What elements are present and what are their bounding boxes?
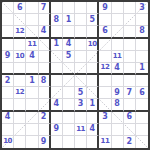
cell-r6c12[interactable]: 1 (136, 63, 148, 75)
cell-r10c3[interactable] (26, 112, 38, 124)
cell-r12c9[interactable]: 11 (99, 136, 111, 148)
cell-r7c11[interactable] (124, 75, 136, 87)
cell-r9c1[interactable] (2, 99, 14, 111)
cell-r2c9[interactable] (99, 14, 111, 26)
cell-r12c7[interactable] (75, 136, 87, 148)
cell-r11c7[interactable]: 11 (75, 124, 87, 136)
cell-r11c2[interactable] (14, 124, 26, 136)
cell-r1c3[interactable] (26, 2, 38, 14)
cell-r6c1[interactable] (2, 63, 14, 75)
cell-r12c11[interactable]: 2 (124, 136, 136, 148)
cell-r11c4[interactable] (39, 124, 51, 136)
cell-r10c11[interactable]: 6 (124, 112, 136, 124)
cell-r8c9[interactable] (99, 87, 111, 99)
cell-r10c2[interactable] (14, 112, 26, 124)
cell-r2c7[interactable] (75, 14, 87, 26)
cell-r7c1[interactable]: 2 (2, 75, 14, 87)
cell-r5c9[interactable] (99, 51, 111, 63)
cell-r2c4[interactable] (39, 14, 51, 26)
cell-r2c5[interactable]: 8 (51, 14, 63, 26)
cell-r1c11[interactable] (124, 2, 136, 14)
cell-r1c12[interactable]: 3 (136, 2, 148, 14)
cell-r6c8[interactable] (87, 63, 99, 75)
cell-r1c5[interactable] (51, 2, 63, 14)
cell-r8c11[interactable]: 7 (124, 87, 136, 99)
cell-r7c10[interactable] (112, 75, 124, 87)
cell-r8c5[interactable] (51, 87, 63, 99)
cell-r1c10[interactable] (112, 2, 124, 14)
cell-r1c9[interactable]: 9 (99, 2, 111, 14)
cell-r9c11[interactable] (124, 99, 136, 111)
cell-r8c10[interactable]: 9 (112, 87, 124, 99)
cell-r12c10[interactable] (112, 136, 124, 148)
cell-r7c8[interactable] (87, 75, 99, 87)
cell-r4c5[interactable]: 1 (51, 39, 63, 51)
cell-r6c9[interactable]: 12 (99, 63, 111, 75)
cell-r9c9[interactable] (99, 99, 111, 111)
cell-r11c10[interactable] (112, 124, 124, 136)
cell-r6c5[interactable] (51, 63, 63, 75)
cell-r11c9[interactable] (99, 124, 111, 136)
cell-r12c12[interactable] (136, 136, 148, 148)
cell-r3c1[interactable] (2, 26, 14, 38)
cell-r5c3[interactable]: 4 (26, 51, 38, 63)
cell-r3c10[interactable] (112, 26, 124, 38)
cell-r1c4[interactable]: 7 (39, 2, 51, 14)
cell-r12c8[interactable] (87, 136, 99, 148)
cell-r8c2[interactable]: 12 (14, 87, 26, 99)
cell-r8c12[interactable]: 6 (136, 87, 148, 99)
cell-r7c2[interactable] (14, 75, 26, 87)
cell-r3c11[interactable] (124, 26, 136, 38)
cell-r9c6[interactable] (63, 99, 75, 111)
cell-r3c6[interactable] (63, 26, 75, 38)
cell-r5c1[interactable]: 9 (2, 51, 14, 63)
cell-r5c7[interactable] (75, 51, 87, 63)
cell-r10c9[interactable]: 3 (99, 112, 111, 124)
cell-r5c4[interactable] (39, 51, 51, 63)
cell-r10c1[interactable]: 4 (2, 112, 14, 124)
cell-r5c12[interactable] (136, 51, 148, 63)
cell-r8c1[interactable] (2, 87, 14, 99)
sudoku-board: 6793815124681114109104511124121812597643… (0, 0, 150, 150)
cell-r12c2[interactable] (14, 136, 26, 148)
cell-r2c10[interactable] (112, 14, 124, 26)
cell-r4c7[interactable] (75, 39, 87, 51)
cell-r5c10[interactable]: 11 (112, 51, 124, 63)
cell-r5c2[interactable]: 10 (14, 51, 26, 63)
cell-r3c4[interactable]: 4 (39, 26, 51, 38)
cell-r6c11[interactable] (124, 63, 136, 75)
cell-r4c2[interactable] (14, 39, 26, 51)
cell-r11c3[interactable] (26, 124, 38, 136)
cell-r9c5[interactable]: 4 (51, 99, 63, 111)
cell-r3c8[interactable] (87, 26, 99, 38)
cell-r10c7[interactable] (75, 112, 87, 124)
cell-r3c9[interactable]: 6 (99, 26, 111, 38)
cell-r1c2[interactable]: 6 (14, 2, 26, 14)
cell-r9c2[interactable] (14, 99, 26, 111)
cell-r4c10[interactable] (112, 39, 124, 51)
cell-r9c3[interactable] (26, 99, 38, 111)
cell-r11c1[interactable] (2, 124, 14, 136)
cell-r7c3[interactable]: 1 (26, 75, 38, 87)
cell-r10c10[interactable] (112, 112, 124, 124)
cell-r12c4[interactable]: 9 (39, 136, 51, 148)
cell-r8c3[interactable] (26, 87, 38, 99)
cell-r7c5[interactable] (51, 75, 63, 87)
cell-r5c8[interactable] (87, 51, 99, 63)
cell-r6c7[interactable] (75, 63, 87, 75)
cell-r4c9[interactable] (99, 39, 111, 51)
cell-r2c12[interactable] (136, 14, 148, 26)
cell-r12c5[interactable] (51, 136, 63, 148)
cell-r2c1[interactable] (2, 14, 14, 26)
cell-r12c1[interactable]: 10 (2, 136, 14, 148)
cell-r11c5[interactable]: 9 (51, 124, 63, 136)
cell-r8c6[interactable] (63, 87, 75, 99)
cell-r4c3[interactable]: 11 (26, 39, 38, 51)
cell-r11c11[interactable] (124, 124, 136, 136)
cell-r8c8[interactable] (87, 87, 99, 99)
cell-r8c4[interactable] (39, 87, 51, 99)
cell-r4c11[interactable] (124, 39, 136, 51)
cell-r11c8[interactable]: 4 (87, 124, 99, 136)
cell-r7c12[interactable] (136, 75, 148, 87)
cell-r1c8[interactable] (87, 2, 99, 14)
cell-r3c2[interactable]: 12 (14, 26, 26, 38)
cell-r6c6[interactable] (63, 63, 75, 75)
cell-r3c12[interactable]: 8 (136, 26, 148, 38)
cell-r4c12[interactable] (136, 39, 148, 51)
cell-r6c2[interactable] (14, 63, 26, 75)
cell-r9c4[interactable] (39, 99, 51, 111)
cell-r5c5[interactable] (51, 51, 63, 63)
cell-r1c7[interactable] (75, 2, 87, 14)
cell-r1c1[interactable] (2, 2, 14, 14)
cell-r5c11[interactable] (124, 51, 136, 63)
cell-r10c5[interactable] (51, 112, 63, 124)
cell-r6c4[interactable] (39, 63, 51, 75)
cell-r5c6[interactable]: 5 (63, 51, 75, 63)
cell-r9c12[interactable] (136, 99, 148, 111)
cell-r4c1[interactable] (2, 39, 14, 51)
cell-r12c6[interactable] (63, 136, 75, 148)
cell-r2c2[interactable] (14, 14, 26, 26)
cell-r3c7[interactable] (75, 26, 87, 38)
cell-r4c6[interactable]: 4 (63, 39, 75, 51)
cell-r10c6[interactable] (63, 112, 75, 124)
cell-r11c12[interactable] (136, 124, 148, 136)
cell-r7c7[interactable] (75, 75, 87, 87)
cell-r9c8[interactable]: 1 (87, 99, 99, 111)
cell-r2c6[interactable]: 1 (63, 14, 75, 26)
cell-r1c6[interactable] (63, 2, 75, 14)
cell-r7c4[interactable]: 8 (39, 75, 51, 87)
cell-r6c3[interactable] (26, 63, 38, 75)
cell-r10c12[interactable] (136, 112, 148, 124)
cell-r3c5[interactable] (51, 26, 63, 38)
cell-r9c7[interactable]: 3 (75, 99, 87, 111)
cell-r2c8[interactable]: 5 (87, 14, 99, 26)
cell-r7c6[interactable] (63, 75, 75, 87)
cell-r2c3[interactable] (26, 14, 38, 26)
cell-r12c3[interactable] (26, 136, 38, 148)
cell-r9c10[interactable]: 8 (112, 99, 124, 111)
cell-r10c8[interactable] (87, 112, 99, 124)
cell-r3c3[interactable] (26, 26, 38, 38)
cell-r6c10[interactable]: 4 (112, 63, 124, 75)
cell-r7c9[interactable] (99, 75, 111, 87)
cell-r4c4[interactable] (39, 39, 51, 51)
cell-r2c11[interactable] (124, 14, 136, 26)
cell-r11c6[interactable] (63, 124, 75, 136)
cell-r8c7[interactable]: 5 (75, 87, 87, 99)
cell-r10c4[interactable]: 2 (39, 112, 51, 124)
cell-r4c8[interactable]: 10 (87, 39, 99, 51)
